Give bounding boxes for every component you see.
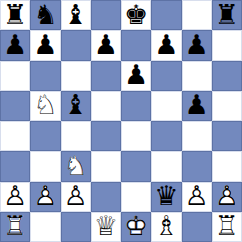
piece-outline-layer: ♖ (0, 211, 30, 241)
square-a4[interactable] (0, 121, 30, 151)
square-a8[interactable]: ♜ (0, 0, 30, 30)
white-bishop-icon[interactable]: ♝♗ (151, 212, 181, 242)
square-e8[interactable]: ♚ (121, 0, 151, 30)
piece-outline-layer: ♕ (91, 211, 121, 241)
square-a3[interactable] (0, 151, 30, 181)
piece-outline-layer: ♗ (151, 211, 181, 241)
square-g5[interactable]: ♟ (182, 91, 212, 121)
white-pawn-icon[interactable]: ♟♙ (30, 182, 60, 212)
square-g4[interactable] (182, 121, 212, 151)
piece-glyph-layer: ♜ (212, 0, 242, 29)
black-bishop-icon[interactable]: ♝ (61, 0, 91, 30)
piece-glyph-layer: ♚ (121, 0, 151, 29)
square-h1[interactable]: ♜♖ (212, 212, 242, 242)
square-a5[interactable] (0, 91, 30, 121)
piece-glyph-layer: ♜ (0, 0, 30, 29)
square-g1[interactable] (182, 212, 212, 242)
square-b2[interactable]: ♟♙ (30, 182, 60, 212)
square-c2[interactable]: ♟♙ (61, 182, 91, 212)
black-pawn-icon[interactable]: ♟ (182, 91, 212, 121)
square-h7[interactable] (212, 30, 242, 60)
square-b3[interactable] (30, 151, 60, 181)
black-pawn-icon[interactable]: ♟ (0, 30, 30, 60)
square-c3[interactable]: ♞♘ (61, 151, 91, 181)
square-f3[interactable] (151, 151, 181, 181)
square-a2[interactable]: ♟♙ (0, 182, 30, 212)
square-e6[interactable]: ♟ (121, 61, 151, 91)
square-c7[interactable] (61, 30, 91, 60)
square-d4[interactable] (91, 121, 121, 151)
piece-outline-layer: ♙ (212, 181, 242, 211)
square-f1[interactable]: ♝♗ (151, 212, 181, 242)
black-rook-icon[interactable]: ♜ (212, 0, 242, 30)
piece-glyph-layer: ♟ (151, 29, 181, 59)
square-g3[interactable] (182, 151, 212, 181)
square-g8[interactable] (182, 0, 212, 30)
piece-glyph-layer: ♛ (151, 181, 181, 211)
white-pawn-icon[interactable]: ♟♙ (0, 182, 30, 212)
square-g6[interactable] (182, 61, 212, 91)
square-h5[interactable] (212, 91, 242, 121)
piece-outline-layer: ♘ (30, 90, 60, 120)
square-d3[interactable] (91, 151, 121, 181)
piece-glyph-layer: ♟ (0, 29, 30, 59)
square-c4[interactable] (61, 121, 91, 151)
square-e2[interactable] (121, 182, 151, 212)
piece-glyph-layer: ♟ (182, 90, 212, 120)
white-pawn-icon[interactable]: ♟♙ (182, 182, 212, 212)
square-e3[interactable] (121, 151, 151, 181)
piece-outline-layer: ♙ (182, 181, 212, 211)
square-f4[interactable] (151, 121, 181, 151)
piece-glyph-layer: ♞ (30, 0, 60, 29)
piece-outline-layer: ♙ (0, 181, 30, 211)
white-rook-icon[interactable]: ♜♖ (0, 212, 30, 242)
square-b5[interactable]: ♞♘ (30, 91, 60, 121)
black-pawn-icon[interactable]: ♟ (151, 30, 181, 60)
white-knight-icon[interactable]: ♞♘ (61, 151, 91, 181)
black-pawn-icon[interactable]: ♟ (91, 30, 121, 60)
black-knight-icon[interactable]: ♞ (30, 0, 60, 30)
square-a6[interactable] (0, 61, 30, 91)
black-pawn-icon[interactable]: ♟ (182, 30, 212, 60)
black-king-icon[interactable]: ♚ (121, 0, 151, 30)
square-f7[interactable]: ♟ (151, 30, 181, 60)
square-d6[interactable] (91, 61, 121, 91)
piece-glyph-layer: ♟ (30, 29, 60, 59)
square-h4[interactable] (212, 121, 242, 151)
square-h2[interactable]: ♟♙ (212, 182, 242, 212)
square-d5[interactable] (91, 91, 121, 121)
square-g2[interactable]: ♟♙ (182, 182, 212, 212)
white-pawn-icon[interactable]: ♟♙ (61, 182, 91, 212)
square-h3[interactable] (212, 151, 242, 181)
piece-glyph-layer: ♝ (61, 90, 91, 120)
piece-outline-layer: ♖ (212, 211, 242, 241)
square-b7[interactable]: ♟ (30, 30, 60, 60)
square-d7[interactable]: ♟ (91, 30, 121, 60)
piece-glyph-layer: ♝ (61, 0, 91, 29)
piece-glyph-layer: ♟ (121, 60, 151, 90)
square-a1[interactable]: ♜♖ (0, 212, 30, 242)
white-pawn-icon[interactable]: ♟♙ (212, 182, 242, 212)
black-rook-icon[interactable]: ♜ (0, 0, 30, 30)
black-queen-icon[interactable]: ♛ (151, 182, 181, 212)
chess-board: ♜♞♝♚♜♟♟♟♟♟♟♞♘♝♟♞♘♟♙♟♙♟♙♛♟♙♟♙♜♖♛♕♚♔♝♗♜♖ (0, 0, 242, 242)
square-b1[interactable] (30, 212, 60, 242)
white-queen-icon[interactable]: ♛♕ (91, 212, 121, 242)
piece-outline-layer: ♙ (30, 181, 60, 211)
piece-outline-layer: ♘ (61, 150, 91, 180)
square-c1[interactable] (61, 212, 91, 242)
square-b8[interactable]: ♞ (30, 0, 60, 30)
chess-board-container: ♜♞♝♚♜♟♟♟♟♟♟♞♘♝♟♞♘♟♙♟♙♟♙♛♟♙♟♙♜♖♛♕♚♔♝♗♜♖ (0, 0, 242, 242)
black-pawn-icon[interactable]: ♟ (121, 61, 151, 91)
square-e4[interactable] (121, 121, 151, 151)
square-c5[interactable]: ♝ (61, 91, 91, 121)
square-f2[interactable]: ♛ (151, 182, 181, 212)
piece-outline-layer: ♙ (61, 181, 91, 211)
square-d1[interactable]: ♛♕ (91, 212, 121, 242)
square-e1[interactable]: ♚♔ (121, 212, 151, 242)
square-b4[interactable] (30, 121, 60, 151)
white-knight-icon[interactable]: ♞♘ (30, 91, 60, 121)
piece-outline-layer: ♔ (121, 211, 151, 241)
piece-glyph-layer: ♟ (182, 29, 212, 59)
square-h6[interactable] (212, 61, 242, 91)
square-a7[interactable]: ♟ (0, 30, 30, 60)
black-pawn-icon[interactable]: ♟ (30, 30, 60, 60)
square-g7[interactable]: ♟ (182, 30, 212, 60)
square-f6[interactable] (151, 61, 181, 91)
square-b6[interactable] (30, 61, 60, 91)
white-rook-icon[interactable]: ♜♖ (212, 212, 242, 242)
square-h8[interactable]: ♜ (212, 0, 242, 30)
white-king-icon[interactable]: ♚♔ (121, 212, 151, 242)
square-f8[interactable] (151, 0, 181, 30)
piece-glyph-layer: ♟ (91, 29, 121, 59)
square-c6[interactable] (61, 61, 91, 91)
square-f5[interactable] (151, 91, 181, 121)
square-d2[interactable] (91, 182, 121, 212)
square-e5[interactable] (121, 91, 151, 121)
square-d8[interactable] (91, 0, 121, 30)
square-c8[interactable]: ♝ (61, 0, 91, 30)
square-e7[interactable] (121, 30, 151, 60)
black-bishop-icon[interactable]: ♝ (61, 91, 91, 121)
